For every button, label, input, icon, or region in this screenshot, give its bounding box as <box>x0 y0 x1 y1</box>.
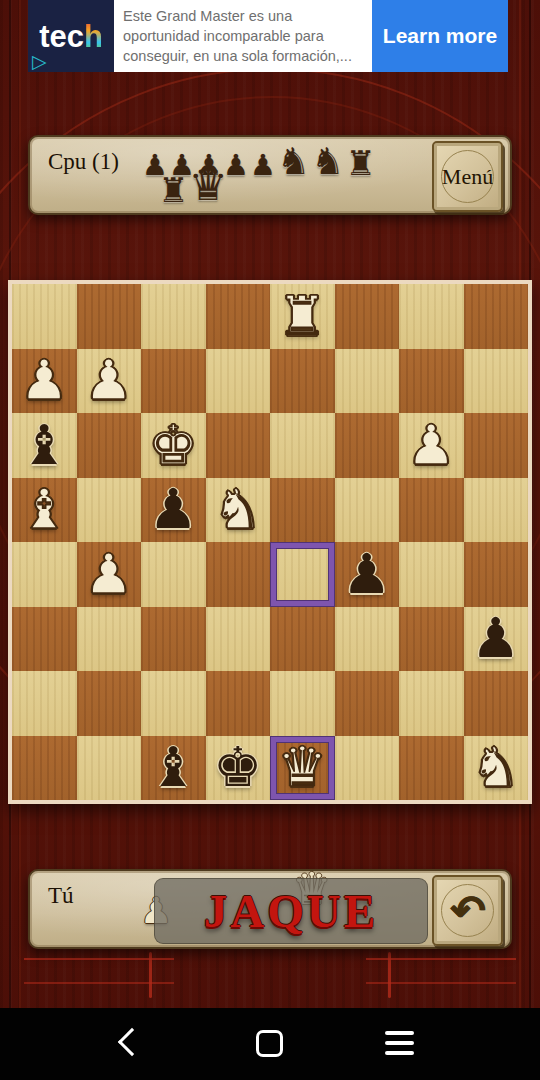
player-label: Tú <box>48 883 74 909</box>
board-square[interactable] <box>77 607 142 672</box>
board-square[interactable] <box>270 542 335 607</box>
ad-logo[interactable]: tech ▷ <box>28 0 114 72</box>
board-square[interactable]: ♝ <box>12 478 77 543</box>
menu-button[interactable]: Menú <box>432 141 503 212</box>
board-square[interactable] <box>141 349 206 414</box>
chess-piece-bP: ♟ <box>342 547 391 602</box>
board-square[interactable] <box>464 284 529 349</box>
player-bar: Tú ♟ ♛ JAQUE ↶ <box>28 869 512 949</box>
chess-piece-wN: ♞ <box>471 740 520 795</box>
board-square[interactable]: ♞ <box>464 736 529 801</box>
chess-piece-wN: ♞ <box>213 482 262 537</box>
board-square[interactable] <box>399 349 464 414</box>
captured-piece: ♞ <box>311 143 344 180</box>
board-square[interactable] <box>141 671 206 736</box>
board-square[interactable] <box>206 413 271 478</box>
ad-play-icon: ▷ <box>32 52 47 71</box>
board-square[interactable] <box>77 736 142 801</box>
board-square[interactable] <box>335 349 400 414</box>
ad-text-block[interactable]: Este Grand Master es una oportunidad inc… <box>114 0 372 72</box>
board-square[interactable]: ♜ <box>270 284 335 349</box>
board-square[interactable] <box>141 607 206 672</box>
undo-button[interactable]: ↶ <box>432 875 503 946</box>
undo-arrow-icon: ↶ <box>450 890 485 932</box>
recents-icon[interactable] <box>385 1031 414 1055</box>
opponent-bar: Cpu (1) ♟♟♟♟♟♞♞♜ ♜♛ Menú <box>28 135 512 215</box>
board-square[interactable] <box>399 542 464 607</box>
chess-piece-bP: ♟ <box>471 611 520 666</box>
captured-piece: ♟ <box>250 151 276 180</box>
board-square[interactable] <box>141 284 206 349</box>
board-square[interactable] <box>77 478 142 543</box>
ad-text-line: conseguir, en una sola formación,... <box>123 46 372 66</box>
board-square[interactable] <box>399 607 464 672</box>
board-square[interactable] <box>12 671 77 736</box>
board-square[interactable]: ♛ <box>270 736 335 801</box>
chess-piece-wP: ♟ <box>407 418 456 473</box>
chess-piece-bB: ♝ <box>149 740 198 795</box>
board-square[interactable] <box>270 671 335 736</box>
ad-text-line: oportunidad incomparable para <box>123 26 372 46</box>
board-square[interactable] <box>270 413 335 478</box>
board-square[interactable] <box>464 413 529 478</box>
ad-logo-text-colored: h <box>84 19 103 54</box>
board-square[interactable] <box>206 607 271 672</box>
opponent-captured-tray: ♟♟♟♟♟♞♞♜ ♜♛ <box>142 141 412 217</box>
board-square[interactable] <box>335 413 400 478</box>
check-banner: JAQUE <box>154 878 428 944</box>
chess-piece-bK: ♚ <box>213 740 262 795</box>
board-square[interactable] <box>335 478 400 543</box>
chess-piece-wP: ♟ <box>84 547 133 602</box>
board-square[interactable] <box>335 736 400 801</box>
captured-piece: ♜ <box>158 173 188 207</box>
home-icon[interactable] <box>256 1030 283 1057</box>
board-square[interactable] <box>77 284 142 349</box>
chess-piece-wK: ♚ <box>149 418 198 473</box>
board-square[interactable] <box>206 284 271 349</box>
board-square[interactable] <box>335 284 400 349</box>
chess-piece-wP: ♟ <box>20 353 69 408</box>
board-square[interactable] <box>141 542 206 607</box>
chess-piece-wP: ♟ <box>84 353 133 408</box>
board-square[interactable]: ♚ <box>141 413 206 478</box>
ad-banner[interactable]: tech ▷ Este Grand Master es una oportuni… <box>0 0 540 72</box>
board-square[interactable] <box>270 607 335 672</box>
captured-piece: ♞ <box>277 143 310 180</box>
board-square[interactable] <box>206 671 271 736</box>
board-square[interactable] <box>270 349 335 414</box>
board-square[interactable] <box>12 284 77 349</box>
board-square[interactable] <box>464 671 529 736</box>
board-square[interactable] <box>12 607 77 672</box>
chess-piece-bP: ♟ <box>149 482 198 537</box>
chess-piece-wQ: ♛ <box>278 740 327 795</box>
board-square[interactable] <box>464 542 529 607</box>
android-nav-bar <box>0 1008 540 1080</box>
board-square[interactable] <box>12 542 77 607</box>
board-square[interactable] <box>270 478 335 543</box>
check-banner-text: JAQUE <box>204 884 378 938</box>
board-square[interactable]: ♟ <box>464 607 529 672</box>
chess-piece-wR: ♜ <box>278 289 327 344</box>
board-square[interactable]: ♟ <box>399 413 464 478</box>
board-square[interactable] <box>335 607 400 672</box>
board-square[interactable] <box>206 542 271 607</box>
board-square[interactable]: ♟ <box>12 349 77 414</box>
ad-learn-more-button[interactable]: Learn more <box>372 0 508 72</box>
captured-piece: ♜ <box>345 146 375 180</box>
chess-piece-bB: ♝ <box>20 418 69 473</box>
board-square[interactable]: ♟ <box>77 349 142 414</box>
board-square[interactable] <box>399 478 464 543</box>
menu-button-label: Menú <box>442 164 493 190</box>
board-square[interactable]: ♝ <box>12 413 77 478</box>
board-square[interactable]: ♝ <box>141 736 206 801</box>
board-square[interactable] <box>399 736 464 801</box>
chess-board: ♜♟♟♝♚♟♝♟♞♟♟♟♝♚♛♞ <box>8 280 532 804</box>
board-square[interactable] <box>12 736 77 801</box>
chess-piece-wB: ♝ <box>20 482 69 537</box>
board-square[interactable] <box>206 349 271 414</box>
board-square[interactable] <box>464 349 529 414</box>
opponent-label: Cpu (1) <box>48 149 119 175</box>
chess-app: tech ▷ Este Grand Master es una oportuni… <box>0 0 540 1080</box>
board-square[interactable]: ♟ <box>335 542 400 607</box>
board-square[interactable] <box>399 671 464 736</box>
board-square[interactable] <box>335 671 400 736</box>
board-square[interactable]: ♞ <box>206 478 271 543</box>
ad-text-line: Este Grand Master es una <box>123 6 372 26</box>
ornament-left <box>24 952 174 988</box>
board-square[interactable] <box>399 284 464 349</box>
board-square[interactable]: ♟ <box>77 542 142 607</box>
captured-piece: ♛ <box>188 163 227 207</box>
board-square[interactable] <box>77 671 142 736</box>
ornament-right <box>366 952 516 988</box>
board-square[interactable]: ♚ <box>206 736 271 801</box>
board-square[interactable] <box>464 478 529 543</box>
captured-row-bottom: ♜♛ <box>158 163 228 207</box>
board-grid: ♜♟♟♝♚♟♝♟♞♟♟♟♝♚♛♞ <box>12 284 528 800</box>
board-square[interactable] <box>77 413 142 478</box>
board-square[interactable]: ♟ <box>141 478 206 543</box>
ad-logo-text: tec <box>39 19 84 54</box>
back-icon[interactable] <box>118 1028 146 1056</box>
